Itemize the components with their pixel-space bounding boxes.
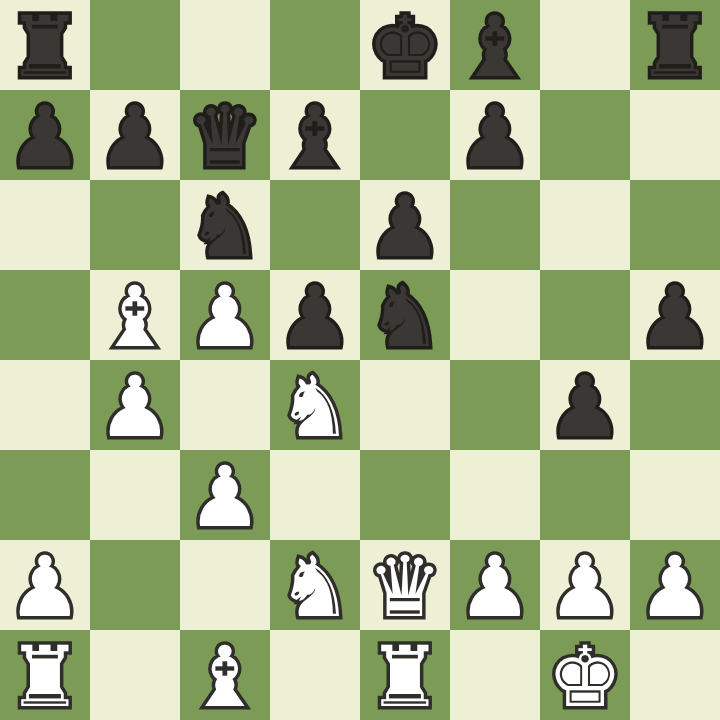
black-pawn-piece[interactable]: ♟♟ [450,90,540,180]
square-g3[interactable] [540,450,630,540]
piece-outline: ♜ [360,632,450,720]
piece-outline: ♟ [360,182,450,272]
square-c6[interactable]: ♞♞ [180,180,270,270]
square-b5[interactable]: ♝♝ [90,270,180,360]
white-pawn-piece[interactable]: ♟♟ [630,540,720,630]
square-d1[interactable] [270,630,360,720]
square-b4[interactable]: ♟♟ [90,360,180,450]
piece-glyph: ♜ [630,2,720,92]
square-c8[interactable] [180,0,270,90]
piece-glyph: ♟ [630,542,720,632]
square-d2[interactable]: ♞♞ [270,540,360,630]
square-d3[interactable] [270,450,360,540]
square-f4[interactable] [450,360,540,450]
piece-outline: ♟ [0,542,90,632]
square-a6[interactable] [0,180,90,270]
piece-outline: ♞ [180,182,270,272]
square-h5[interactable]: ♟♟ [630,270,720,360]
piece-glyph: ♟ [90,92,180,182]
square-e4[interactable] [360,360,450,450]
square-e6[interactable]: ♟♟ [360,180,450,270]
black-rook-piece[interactable]: ♜♜ [630,0,720,90]
piece-glyph: ♟ [0,92,90,182]
piece-outline: ♟ [270,272,360,362]
black-bishop-piece[interactable]: ♝♝ [450,0,540,90]
white-knight-piece[interactable]: ♞♞ [270,540,360,630]
square-h2[interactable]: ♟♟ [630,540,720,630]
piece-outline: ♝ [270,92,360,182]
square-f6[interactable] [450,180,540,270]
white-pawn-piece[interactable]: ♟♟ [0,540,90,630]
square-b6[interactable] [90,180,180,270]
piece-outline: ♛ [180,92,270,182]
piece-glyph: ♜ [360,632,450,720]
piece-outline: ♝ [180,632,270,720]
piece-glyph: ♝ [90,272,180,362]
piece-glyph: ♝ [270,92,360,182]
square-g5[interactable] [540,270,630,360]
square-h4[interactable] [630,360,720,450]
piece-glyph: ♟ [450,542,540,632]
piece-glyph: ♟ [90,362,180,452]
square-b7[interactable]: ♟♟ [90,90,180,180]
square-f8[interactable]: ♝♝ [450,0,540,90]
square-d8[interactable] [270,0,360,90]
piece-glyph: ♚ [360,2,450,92]
piece-glyph: ♟ [180,272,270,362]
square-c4[interactable] [180,360,270,450]
black-knight-piece[interactable]: ♞♞ [360,270,450,360]
piece-glyph: ♚ [540,632,630,720]
piece-outline: ♟ [90,362,180,452]
square-a5[interactable] [0,270,90,360]
square-c3[interactable]: ♟♟ [180,450,270,540]
white-pawn-piece[interactable]: ♟♟ [180,270,270,360]
black-pawn-piece[interactable]: ♟♟ [360,180,450,270]
white-pawn-piece[interactable]: ♟♟ [180,450,270,540]
black-pawn-piece[interactable]: ♟♟ [270,270,360,360]
piece-outline: ♟ [450,92,540,182]
black-pawn-piece[interactable]: ♟♟ [90,90,180,180]
square-g2[interactable]: ♟♟ [540,540,630,630]
piece-outline: ♝ [450,2,540,92]
square-g4[interactable]: ♟♟ [540,360,630,450]
piece-glyph: ♟ [540,542,630,632]
piece-outline: ♟ [180,452,270,542]
square-f7[interactable]: ♟♟ [450,90,540,180]
white-queen-piece[interactable]: ♛♛ [360,540,450,630]
white-knight-piece[interactable]: ♞♞ [270,360,360,450]
square-b1[interactable] [90,630,180,720]
square-d4[interactable]: ♞♞ [270,360,360,450]
piece-glyph: ♛ [360,542,450,632]
square-a2[interactable]: ♟♟ [0,540,90,630]
square-a1[interactable]: ♜♜ [0,630,90,720]
white-bishop-piece[interactable]: ♝♝ [90,270,180,360]
square-a7[interactable]: ♟♟ [0,90,90,180]
white-rook-piece[interactable]: ♜♜ [360,630,450,720]
piece-outline: ♟ [450,542,540,632]
square-c2[interactable] [180,540,270,630]
square-g6[interactable] [540,180,630,270]
black-queen-piece[interactable]: ♛♛ [180,90,270,180]
piece-glyph: ♟ [180,452,270,542]
piece-outline: ♟ [540,542,630,632]
square-d7[interactable]: ♝♝ [270,90,360,180]
piece-glyph: ♝ [180,632,270,720]
piece-glyph: ♛ [180,92,270,182]
square-d5[interactable]: ♟♟ [270,270,360,360]
square-g1[interactable]: ♚♚ [540,630,630,720]
square-f2[interactable]: ♟♟ [450,540,540,630]
piece-outline: ♟ [180,272,270,362]
white-pawn-piece[interactable]: ♟♟ [90,360,180,450]
piece-outline: ♚ [540,632,630,720]
square-h3[interactable] [630,450,720,540]
piece-glyph: ♟ [540,362,630,452]
piece-outline: ♟ [0,92,90,182]
white-pawn-piece[interactable]: ♟♟ [540,540,630,630]
piece-outline: ♟ [540,362,630,452]
piece-glyph: ♟ [360,182,450,272]
piece-outline: ♜ [0,2,90,92]
square-a4[interactable] [0,360,90,450]
piece-glyph: ♞ [360,272,450,362]
white-bishop-piece[interactable]: ♝♝ [180,630,270,720]
square-h1[interactable] [630,630,720,720]
piece-glyph: ♜ [0,632,90,720]
piece-glyph: ♟ [450,92,540,182]
piece-outline: ♞ [360,272,450,362]
square-c1[interactable]: ♝♝ [180,630,270,720]
square-c5[interactable]: ♟♟ [180,270,270,360]
piece-glyph: ♞ [180,182,270,272]
square-e2[interactable]: ♛♛ [360,540,450,630]
white-king-piece[interactable]: ♚♚ [540,630,630,720]
square-e3[interactable] [360,450,450,540]
black-king-piece[interactable]: ♚♚ [360,0,450,90]
piece-glyph: ♟ [270,272,360,362]
square-e8[interactable]: ♚♚ [360,0,450,90]
black-pawn-piece[interactable]: ♟♟ [0,90,90,180]
piece-outline: ♟ [630,542,720,632]
square-g8[interactable] [540,0,630,90]
piece-glyph: ♟ [0,542,90,632]
square-e1[interactable]: ♜♜ [360,630,450,720]
square-f3[interactable] [450,450,540,540]
piece-outline: ♝ [90,272,180,362]
piece-outline: ♛ [360,542,450,632]
square-c7[interactable]: ♛♛ [180,90,270,180]
square-b8[interactable] [90,0,180,90]
piece-outline: ♜ [0,632,90,720]
square-b3[interactable] [90,450,180,540]
piece-outline: ♞ [270,542,360,632]
piece-glyph: ♝ [450,2,540,92]
black-pawn-piece[interactable]: ♟♟ [630,270,720,360]
square-h8[interactable]: ♜♜ [630,0,720,90]
piece-outline: ♟ [90,92,180,182]
square-g7[interactable] [540,90,630,180]
square-f1[interactable] [450,630,540,720]
black-knight-piece[interactable]: ♞♞ [180,180,270,270]
white-rook-piece[interactable]: ♜♜ [0,630,90,720]
piece-glyph: ♜ [0,2,90,92]
piece-outline: ♜ [630,2,720,92]
piece-glyph: ♞ [270,542,360,632]
piece-outline: ♚ [360,2,450,92]
piece-outline: ♟ [630,272,720,362]
square-a3[interactable] [0,450,90,540]
black-bishop-piece[interactable]: ♝♝ [270,90,360,180]
piece-outline: ♞ [270,362,360,452]
square-e7[interactable] [360,90,450,180]
square-f5[interactable] [450,270,540,360]
black-pawn-piece[interactable]: ♟♟ [540,360,630,450]
piece-glyph: ♞ [270,362,360,452]
square-a8[interactable]: ♜♜ [0,0,90,90]
chess-board: ♜♜♚♚♝♝♜♜♟♟♟♟♛♛♝♝♟♟♞♞♟♟♝♝♟♟♟♟♞♞♟♟♟♟♞♞♟♟♟♟… [0,0,720,720]
square-b2[interactable] [90,540,180,630]
black-rook-piece[interactable]: ♜♜ [0,0,90,90]
piece-glyph: ♟ [630,272,720,362]
square-h6[interactable] [630,180,720,270]
square-h7[interactable] [630,90,720,180]
square-e5[interactable]: ♞♞ [360,270,450,360]
square-d6[interactable] [270,180,360,270]
white-pawn-piece[interactable]: ♟♟ [450,540,540,630]
